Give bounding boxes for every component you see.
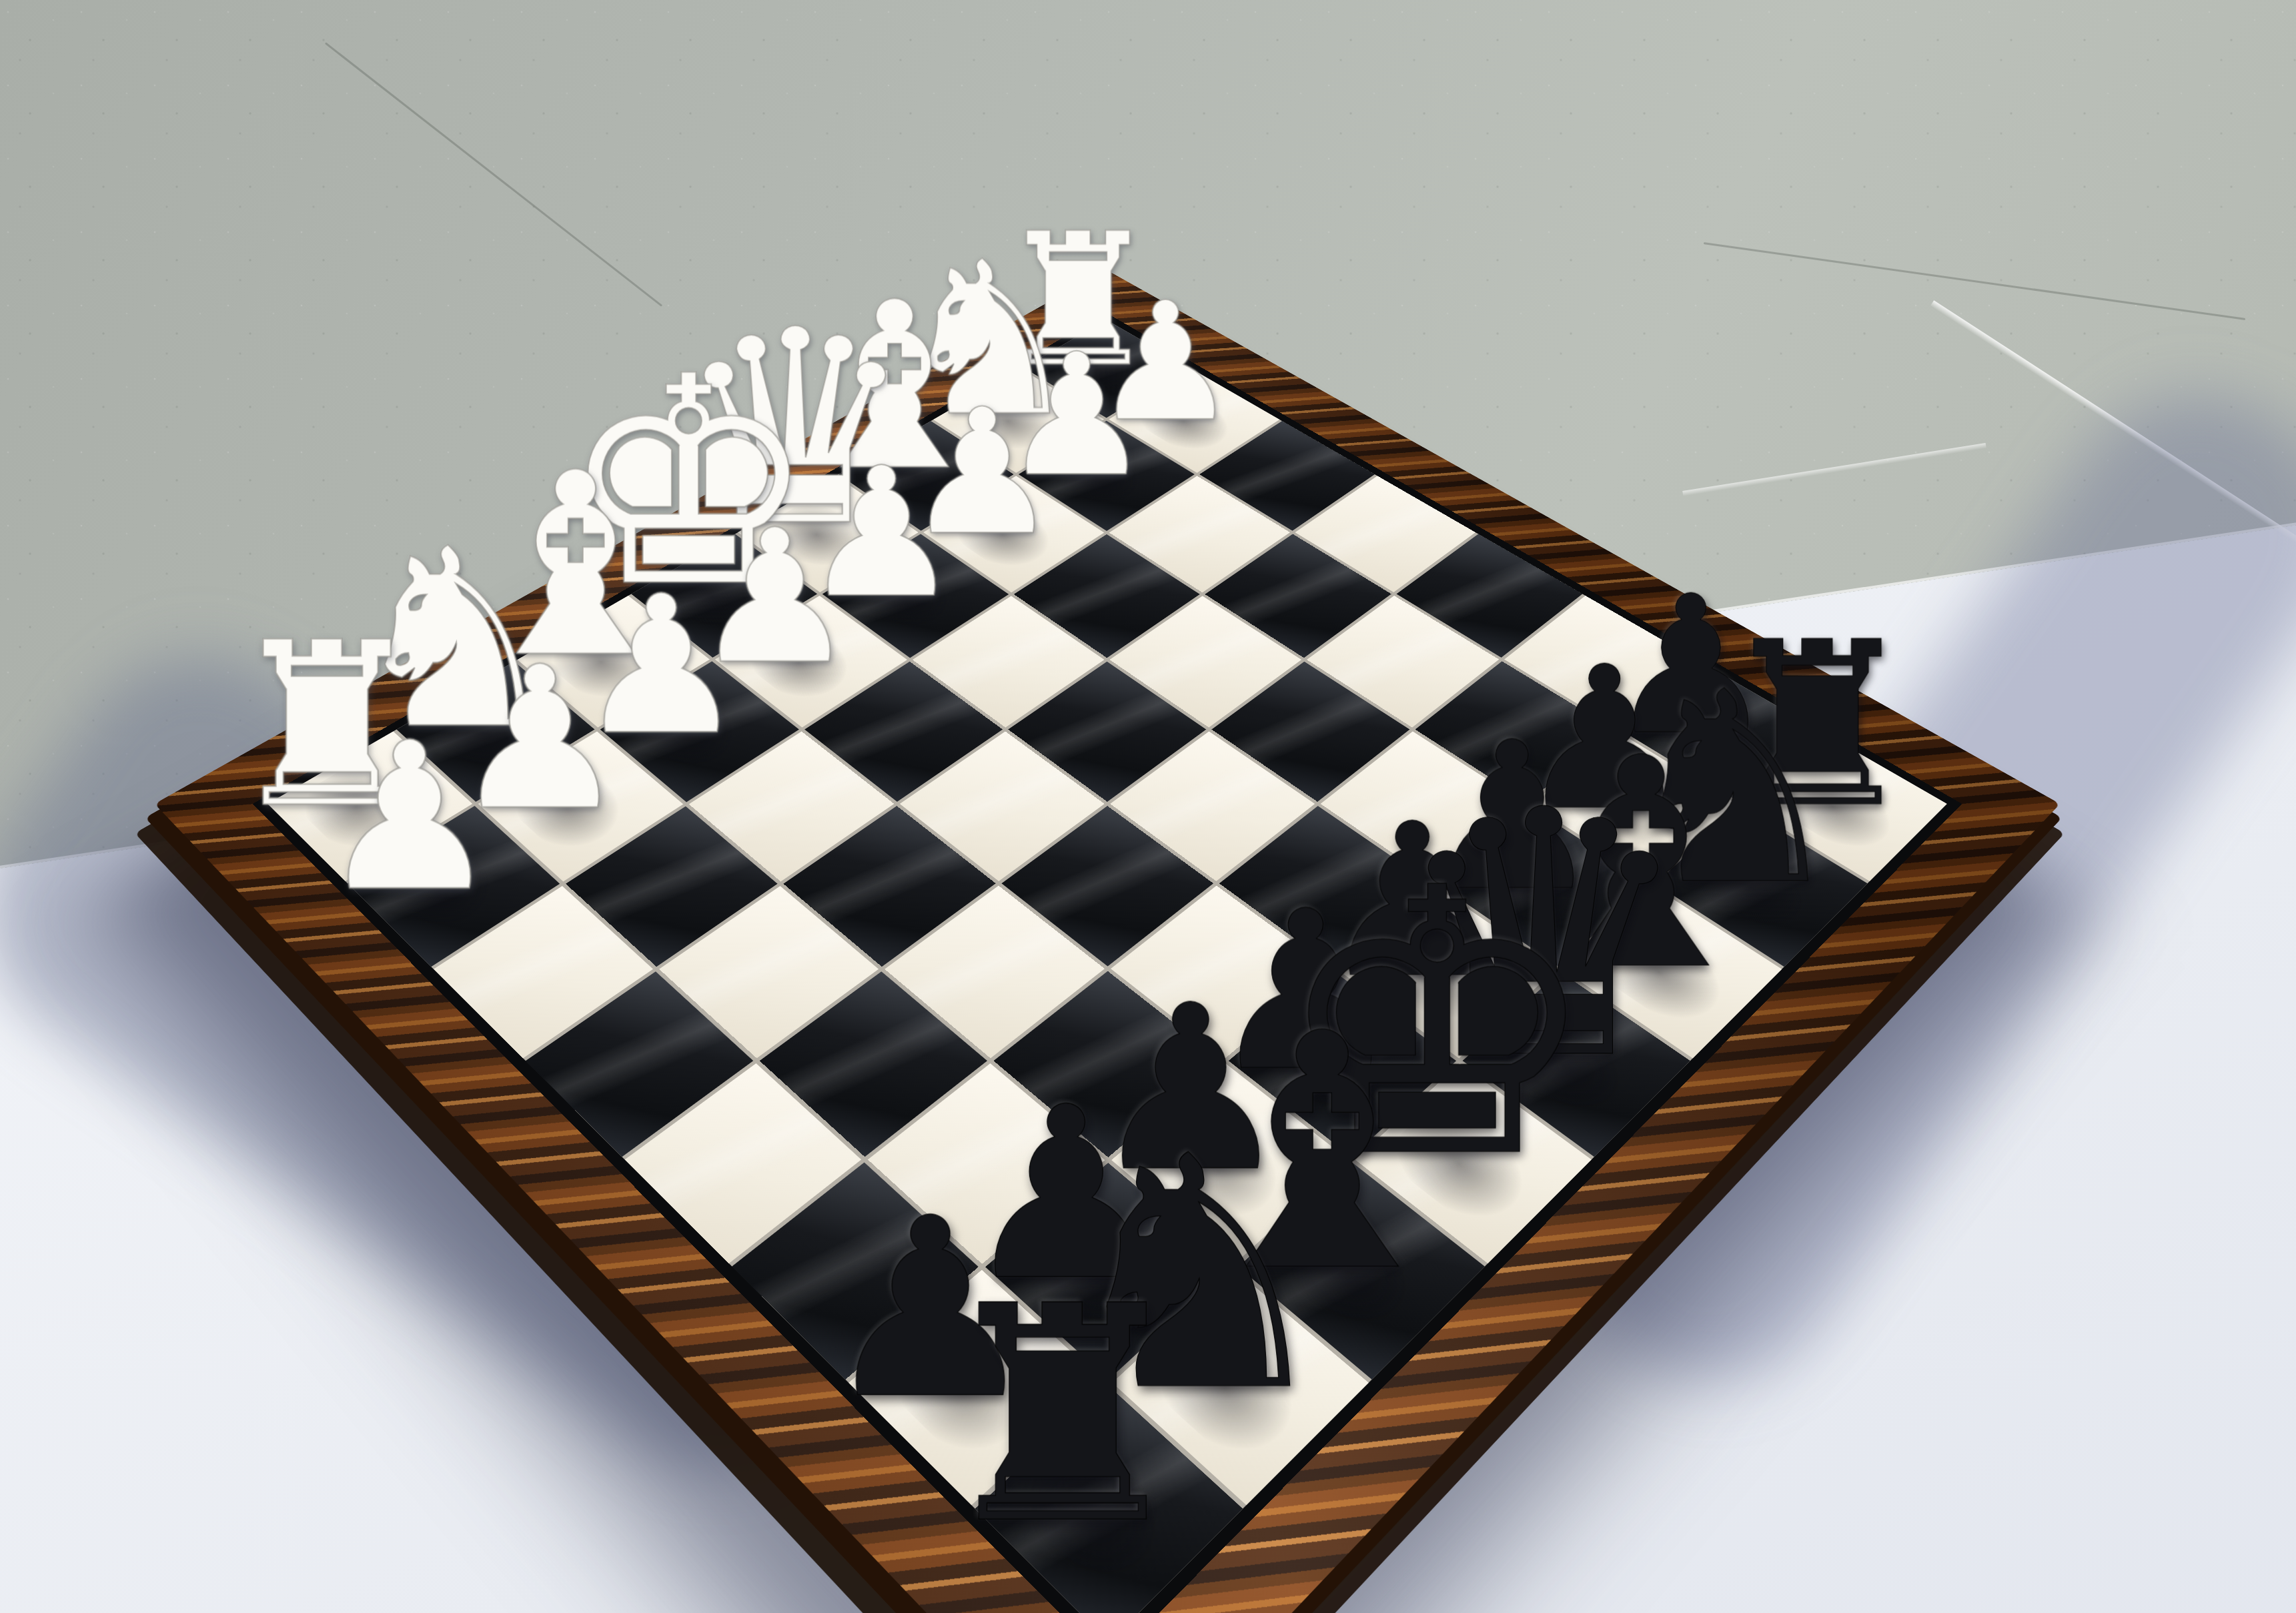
black-rook-h8[interactable]: ♜ [929, 1279, 1196, 1552]
scene-perspective: ♜♟♟♜♞♟♟♞♝♟♟♝♛♟♟♛♚♟♟♚♝♟♟♝♞♟♟♞♜♟♟♜ [0, 0, 2296, 1613]
square-g4[interactable] [659, 886, 879, 1058]
board-squares: ♜♟♟♜♞♟♟♞♝♟♟♝♛♟♟♛♚♟♟♚♝♟♟♝♞♟♟♞♜♟♟♜ [253, 313, 1962, 1613]
chess-board-frame: ♜♟♟♜♞♟♟♞♝♟♟♝♛♟♟♛♚♟♟♚♝♟♟♝♞♟♟♞♜♟♟♜ [155, 270, 2061, 1613]
white-pawn-h2[interactable]: ♟ [318, 724, 501, 911]
